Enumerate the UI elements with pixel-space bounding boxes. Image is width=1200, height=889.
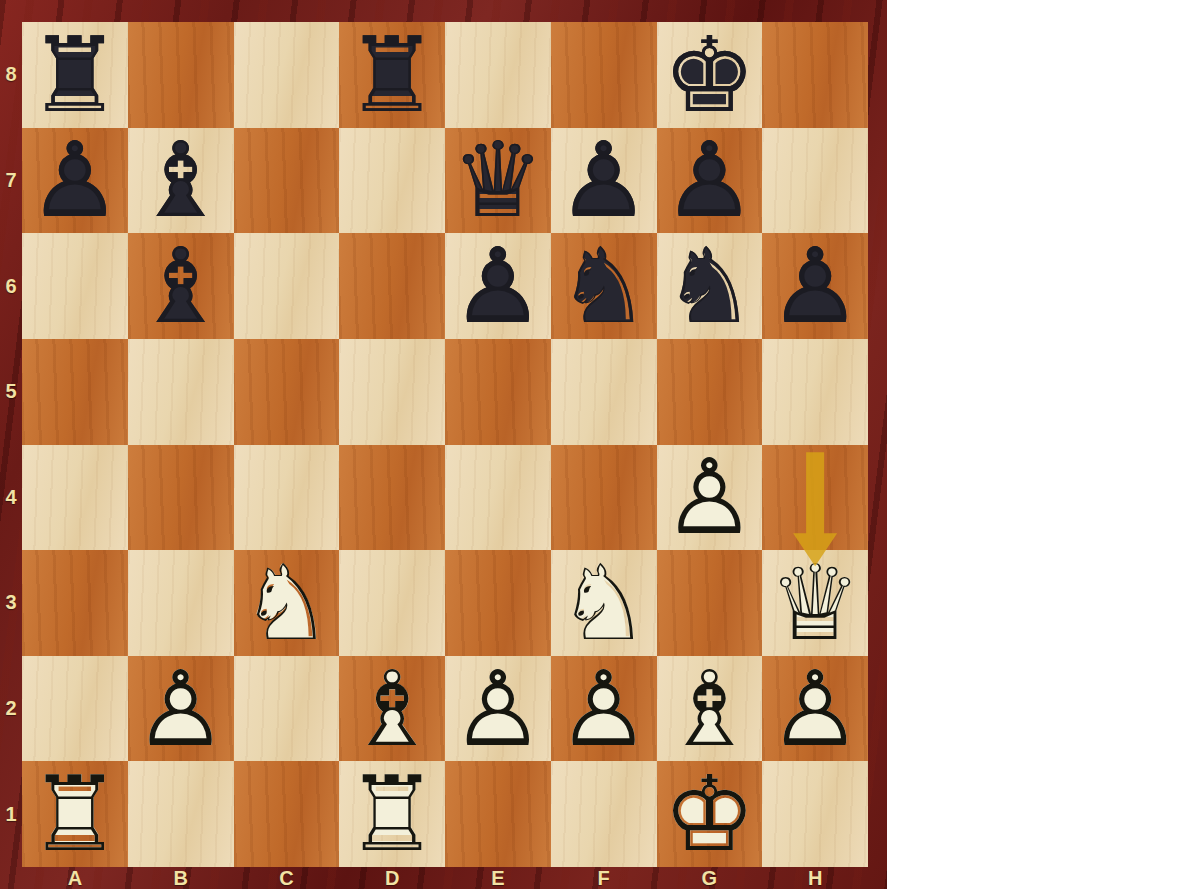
file-label-a: A [22, 867, 128, 889]
square-d8[interactable]: ♜♖ [339, 22, 445, 128]
square-e1[interactable] [445, 761, 551, 867]
rank-label-5: 5 [0, 339, 22, 445]
rank-label-4: 4 [0, 445, 22, 551]
white-knight-f3[interactable]: ♞♘ [551, 550, 657, 656]
black-bishop-b7[interactable]: ♝♗ [128, 128, 234, 234]
square-d3[interactable] [339, 550, 445, 656]
square-f2[interactable]: ♟♙ [551, 656, 657, 762]
black-pawn-g7[interactable]: ♟♙ [657, 128, 763, 234]
black-pawn-a7[interactable]: ♟♙ [22, 128, 128, 234]
white-rook-d1[interactable]: ♜♖ [339, 761, 445, 867]
square-d2[interactable]: ♝♗ [339, 656, 445, 762]
square-a3[interactable] [22, 550, 128, 656]
black-queen-e7[interactable]: ♛♕ [445, 128, 551, 234]
black-knight-g6[interactable]: ♞♘ [657, 233, 763, 339]
black-king-g8[interactable]: ♚♔ [657, 22, 763, 128]
square-b7[interactable]: ♝♗ [128, 128, 234, 234]
square-c5[interactable] [234, 339, 340, 445]
square-c1[interactable] [234, 761, 340, 867]
board-squares: ♜♖♜♖♚♔♟♙♝♗♛♕♟♙♟♙♝♗♟♙♞♘♞♘♟♙♟♙♞♘♞♘♛♕♟♙♝♗♟♙… [22, 22, 868, 867]
white-pawn-f2[interactable]: ♟♙ [551, 656, 657, 762]
file-label-b: B [128, 867, 234, 889]
square-h8[interactable] [762, 22, 868, 128]
black-knight-f6[interactable]: ♞♘ [551, 233, 657, 339]
file-label-c: C [234, 867, 340, 889]
square-b4[interactable] [128, 445, 234, 551]
square-b1[interactable] [128, 761, 234, 867]
square-h1[interactable] [762, 761, 868, 867]
square-f3[interactable]: ♞♘ [551, 550, 657, 656]
square-f8[interactable] [551, 22, 657, 128]
rank-label-6: 6 [0, 233, 22, 339]
white-bishop-g2[interactable]: ♝♗ [657, 656, 763, 762]
square-g6[interactable]: ♞♘ [657, 233, 763, 339]
square-e4[interactable] [445, 445, 551, 551]
file-label-e: E [445, 867, 551, 889]
square-h2[interactable]: ♟♙ [762, 656, 868, 762]
square-a5[interactable] [22, 339, 128, 445]
square-c8[interactable] [234, 22, 340, 128]
square-a8[interactable]: ♜♖ [22, 22, 128, 128]
black-pawn-e6[interactable]: ♟♙ [445, 233, 551, 339]
white-queen-h3[interactable]: ♛♕ [762, 550, 868, 656]
square-d5[interactable] [339, 339, 445, 445]
square-f6[interactable]: ♞♘ [551, 233, 657, 339]
square-g8[interactable]: ♚♔ [657, 22, 763, 128]
rank-label-7: 7 [0, 128, 22, 234]
square-d4[interactable] [339, 445, 445, 551]
square-d1[interactable]: ♜♖ [339, 761, 445, 867]
white-knight-c3[interactable]: ♞♘ [234, 550, 340, 656]
square-h3[interactable]: ♛♕ [762, 550, 868, 656]
square-c6[interactable] [234, 233, 340, 339]
black-rook-d8[interactable]: ♜♖ [339, 22, 445, 128]
white-king-g1[interactable]: ♚♔ [657, 761, 763, 867]
rank-label-2: 2 [0, 656, 22, 762]
square-e7[interactable]: ♛♕ [445, 128, 551, 234]
square-e6[interactable]: ♟♙ [445, 233, 551, 339]
square-c2[interactable] [234, 656, 340, 762]
rank-label-3: 3 [0, 550, 22, 656]
square-g3[interactable] [657, 550, 763, 656]
rank-label-8: 8 [0, 22, 22, 128]
white-pawn-e2[interactable]: ♟♙ [445, 656, 551, 762]
square-e5[interactable] [445, 339, 551, 445]
square-h4[interactable] [762, 445, 868, 551]
square-a2[interactable] [22, 656, 128, 762]
square-b2[interactable]: ♟♙ [128, 656, 234, 762]
white-rook-a1[interactable]: ♜♖ [22, 761, 128, 867]
file-labels: ABCDEFGH [22, 867, 868, 889]
square-d6[interactable] [339, 233, 445, 339]
square-f1[interactable] [551, 761, 657, 867]
black-pawn-h6[interactable]: ♟♙ [762, 233, 868, 339]
square-e3[interactable] [445, 550, 551, 656]
square-c4[interactable] [234, 445, 340, 551]
square-b8[interactable] [128, 22, 234, 128]
square-f5[interactable] [551, 339, 657, 445]
black-rook-a8[interactable]: ♜♖ [22, 22, 128, 128]
file-label-d: D [339, 867, 445, 889]
square-b5[interactable] [128, 339, 234, 445]
rank-label-1: 1 [0, 761, 22, 867]
square-d7[interactable] [339, 128, 445, 234]
square-a6[interactable] [22, 233, 128, 339]
square-a1[interactable]: ♜♖ [22, 761, 128, 867]
square-c3[interactable]: ♞♘ [234, 550, 340, 656]
square-g4[interactable]: ♟♙ [657, 445, 763, 551]
square-g5[interactable] [657, 339, 763, 445]
rank-labels: 87654321 [0, 22, 22, 867]
square-e8[interactable] [445, 22, 551, 128]
chess-board: ♜♖♜♖♚♔♟♙♝♗♛♕♟♙♟♙♝♗♟♙♞♘♞♘♟♙♟♙♞♘♞♘♛♕♟♙♝♗♟♙… [0, 0, 887, 889]
square-g2[interactable]: ♝♗ [657, 656, 763, 762]
white-bishop-d2[interactable]: ♝♗ [339, 656, 445, 762]
square-f4[interactable] [551, 445, 657, 551]
file-label-f: F [551, 867, 657, 889]
square-b6[interactable]: ♝♗ [128, 233, 234, 339]
square-h6[interactable]: ♟♙ [762, 233, 868, 339]
file-label-h: H [762, 867, 868, 889]
file-label-g: G [657, 867, 763, 889]
square-b3[interactable] [128, 550, 234, 656]
square-a7[interactable]: ♟♙ [22, 128, 128, 234]
square-g7[interactable]: ♟♙ [657, 128, 763, 234]
white-pawn-g4[interactable]: ♟♙ [657, 445, 763, 551]
square-h7[interactable] [762, 128, 868, 234]
black-pawn-f7[interactable]: ♟♙ [551, 128, 657, 234]
white-pawn-h2[interactable]: ♟♙ [762, 656, 868, 762]
black-bishop-b6[interactable]: ♝♗ [128, 233, 234, 339]
square-a4[interactable] [22, 445, 128, 551]
square-c7[interactable] [234, 128, 340, 234]
square-f7[interactable]: ♟♙ [551, 128, 657, 234]
white-pawn-b2[interactable]: ♟♙ [128, 656, 234, 762]
square-g1[interactable]: ♚♔ [657, 761, 763, 867]
square-h5[interactable] [762, 339, 868, 445]
square-e2[interactable]: ♟♙ [445, 656, 551, 762]
